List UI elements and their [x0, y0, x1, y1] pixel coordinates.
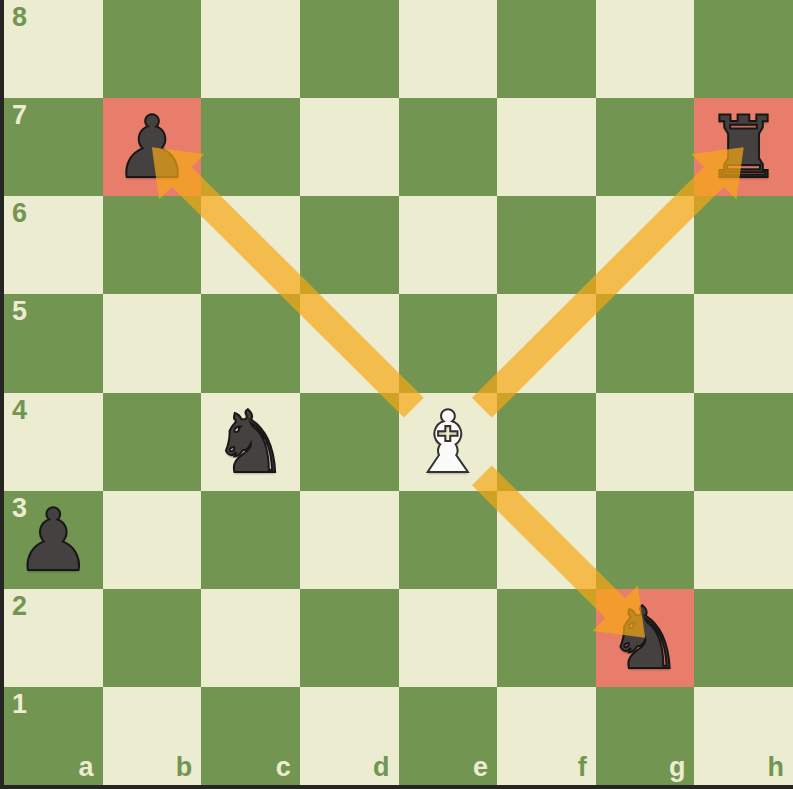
- square-a7[interactable]: 7: [4, 98, 103, 196]
- square-a8[interactable]: 8: [4, 0, 103, 98]
- file-label-e: e: [473, 754, 488, 781]
- square-b8[interactable]: [103, 0, 202, 98]
- square-e8[interactable]: [399, 0, 498, 98]
- piece-black-pawn-a3[interactable]: ♟: [4, 491, 103, 589]
- square-e1[interactable]: e: [399, 687, 498, 785]
- square-h2[interactable]: [694, 589, 793, 687]
- square-f1[interactable]: f: [497, 687, 596, 785]
- piece-black-knight-c4[interactable]: ♞: [201, 393, 300, 491]
- square-b5[interactable]: [103, 294, 202, 392]
- piece-white-bishop-e4[interactable]: ♝: [399, 393, 498, 491]
- file-label-c: c: [276, 754, 291, 781]
- square-g4[interactable]: [596, 393, 695, 491]
- rank-label-7: 7: [12, 102, 27, 129]
- square-d4[interactable]: [300, 393, 399, 491]
- piece-black-pawn-b7[interactable]: ♟: [103, 98, 202, 196]
- square-c6[interactable]: [201, 196, 300, 294]
- square-e5[interactable]: [399, 294, 498, 392]
- file-label-d: d: [373, 754, 390, 781]
- square-g6[interactable]: [596, 196, 695, 294]
- file-label-b: b: [176, 754, 193, 781]
- square-f4[interactable]: [497, 393, 596, 491]
- square-c2[interactable]: [201, 589, 300, 687]
- square-g3[interactable]: [596, 491, 695, 589]
- square-a5[interactable]: 5: [4, 294, 103, 392]
- square-e2[interactable]: [399, 589, 498, 687]
- square-a1[interactable]: 1a: [4, 687, 103, 785]
- square-d7[interactable]: [300, 98, 399, 196]
- square-d2[interactable]: [300, 589, 399, 687]
- square-h1[interactable]: h: [694, 687, 793, 785]
- file-label-g: g: [669, 754, 686, 781]
- square-h4[interactable]: [694, 393, 793, 491]
- square-f5[interactable]: [497, 294, 596, 392]
- square-h6[interactable]: [694, 196, 793, 294]
- piece-black-rook-h7[interactable]: ♜: [694, 98, 793, 196]
- square-f3[interactable]: [497, 491, 596, 589]
- square-a6[interactable]: 6: [4, 196, 103, 294]
- square-c5[interactable]: [201, 294, 300, 392]
- square-d3[interactable]: [300, 491, 399, 589]
- rank-label-1: 1: [12, 691, 27, 718]
- square-c8[interactable]: [201, 0, 300, 98]
- square-f7[interactable]: [497, 98, 596, 196]
- file-label-h: h: [768, 754, 785, 781]
- square-d5[interactable]: [300, 294, 399, 392]
- rank-label-6: 6: [12, 200, 27, 227]
- square-g8[interactable]: [596, 0, 695, 98]
- square-d6[interactable]: [300, 196, 399, 294]
- rank-label-4: 4: [12, 397, 27, 424]
- square-e7[interactable]: [399, 98, 498, 196]
- square-h5[interactable]: [694, 294, 793, 392]
- square-d8[interactable]: [300, 0, 399, 98]
- square-f8[interactable]: [497, 0, 596, 98]
- rank-label-2: 2: [12, 593, 27, 620]
- chess-board-frame: 87654321abcdefgh ♟♜♞♝♟♞: [0, 0, 793, 789]
- square-b3[interactable]: [103, 491, 202, 589]
- square-h8[interactable]: [694, 0, 793, 98]
- square-c3[interactable]: [201, 491, 300, 589]
- rank-label-5: 5: [12, 298, 27, 325]
- square-b4[interactable]: [103, 393, 202, 491]
- square-a4[interactable]: 4: [4, 393, 103, 491]
- square-g1[interactable]: g: [596, 687, 695, 785]
- file-label-f: f: [578, 754, 587, 781]
- square-b6[interactable]: [103, 196, 202, 294]
- piece-black-knight-g2[interactable]: ♞: [596, 589, 695, 687]
- square-g7[interactable]: [596, 98, 695, 196]
- square-h3[interactable]: [694, 491, 793, 589]
- square-d1[interactable]: d: [300, 687, 399, 785]
- rank-label-8: 8: [12, 4, 27, 31]
- square-a2[interactable]: 2: [4, 589, 103, 687]
- file-label-a: a: [79, 754, 94, 781]
- square-e3[interactable]: [399, 491, 498, 589]
- square-b2[interactable]: [103, 589, 202, 687]
- square-b1[interactable]: b: [103, 687, 202, 785]
- square-g5[interactable]: [596, 294, 695, 392]
- square-c1[interactable]: c: [201, 687, 300, 785]
- square-e6[interactable]: [399, 196, 498, 294]
- square-f6[interactable]: [497, 196, 596, 294]
- square-c7[interactable]: [201, 98, 300, 196]
- square-f2[interactable]: [497, 589, 596, 687]
